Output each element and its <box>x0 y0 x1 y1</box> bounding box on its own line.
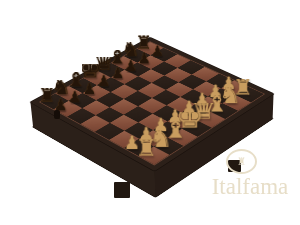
piece-black-knight: ♞ <box>122 42 139 59</box>
brand-watermark: Italfama <box>200 174 300 200</box>
box-foot-front <box>114 182 130 198</box>
italfama-logo-oval: ♜ <box>226 149 257 174</box>
drawer-latch <box>54 110 60 119</box>
chess-set-scene: ♜♟♟♜♞♟♟♞♝♟♟♝♛♟♟♛♚♟♟♚♝♟♟♝♞♟♟♞♜♟♟♜ <box>66 12 238 184</box>
tower-icon: ♜ <box>237 156 246 167</box>
piece-black-rook: ♜ <box>38 88 56 106</box>
piece-white-bishop: ♝ <box>207 95 227 115</box>
square-b3 <box>193 81 221 96</box>
square-e5 <box>124 91 152 106</box>
product-photo: ♜♟♟♜♞♟♟♞♝♟♟♝♛♟♟♛♚♟♟♚♝♟♟♝♞♟♟♞♜♟♟♜ ♜ Italf… <box>0 0 300 225</box>
square-f8: ♝ <box>69 78 96 93</box>
square-g8: ♞ <box>55 86 83 101</box>
